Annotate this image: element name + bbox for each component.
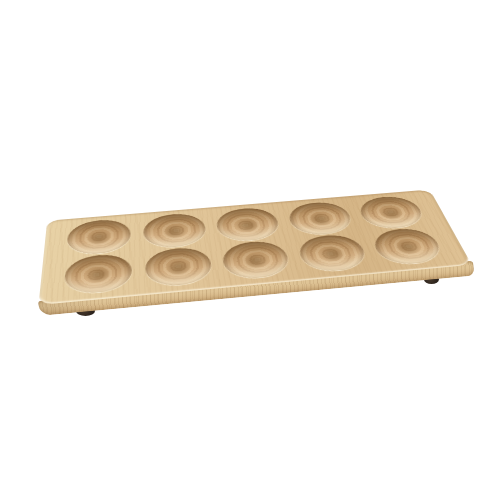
pit-r0c0[interactable] — [67, 218, 132, 256]
pit-r0c4[interactable] — [355, 195, 428, 230]
pit-r1c0[interactable] — [64, 253, 133, 296]
pit-r1c3[interactable] — [295, 233, 370, 273]
mancala-board — [0, 0, 500, 500]
pit-r0c1[interactable] — [142, 212, 207, 249]
pit-r0c3[interactable] — [285, 200, 355, 236]
pit-r1c2[interactable] — [221, 239, 293, 280]
pit-r1c1[interactable] — [144, 246, 213, 288]
pit-r1c4[interactable] — [369, 227, 447, 266]
pit-r0c2[interactable] — [215, 206, 283, 243]
product-photo-canvas — [0, 0, 500, 500]
